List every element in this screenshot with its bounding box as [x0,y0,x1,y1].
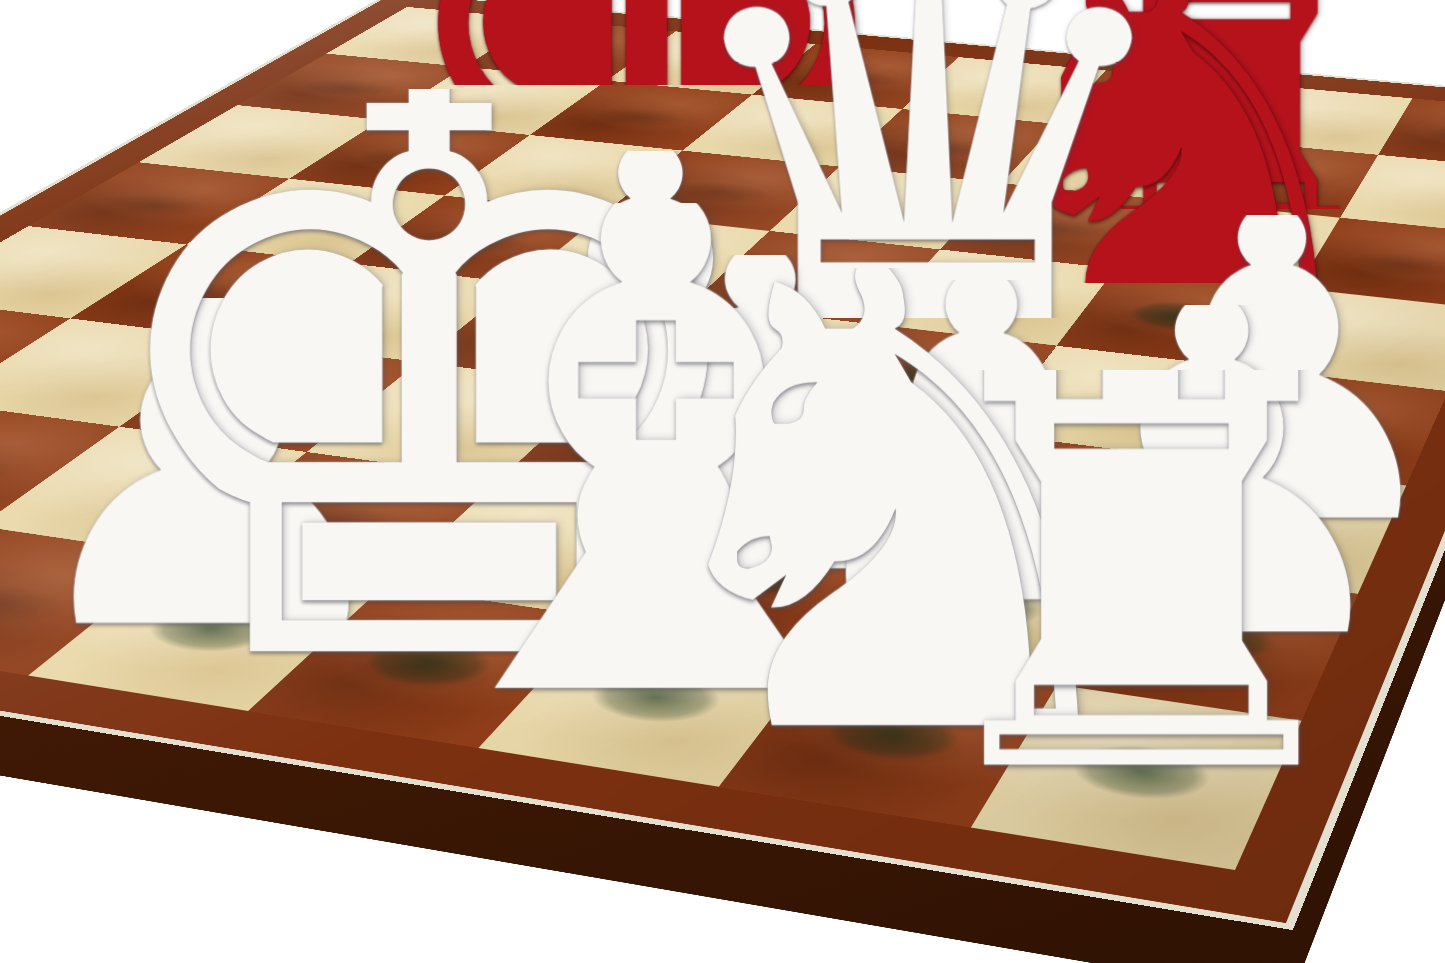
chess-board: ♜♚♞♛♟♟♟♟♟♟♚♝♞♜ [0,0,1445,923]
chess-photo-scene: ♜♚♞♛♟♟♟♟♟♟♚♝♞♜ [0,0,1445,963]
square-h1[interactable]: ♜ [971,685,1302,870]
piece-white-rook-h1[interactable]: ♜ [891,371,1391,773]
perspective-viewport: ♜♚♞♛♟♟♟♟♟♟♚♝♞♜ [0,0,1445,963]
